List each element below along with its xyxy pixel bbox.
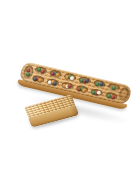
- pit-south-6[interactable]: [104, 91, 118, 101]
- pit-north-2[interactable]: [48, 69, 62, 79]
- pit-south-3[interactable]: [60, 81, 74, 91]
- pit-north-3[interactable]: [63, 72, 77, 82]
- pit-south-4[interactable]: [75, 84, 89, 94]
- stone-amber: [55, 73, 60, 78]
- stone-green: [25, 72, 30, 77]
- pit-south-1[interactable]: [31, 74, 45, 84]
- stone-white: [70, 76, 75, 81]
- stone-amber: [82, 88, 87, 93]
- stone-dark: [98, 82, 103, 87]
- pit-south-2[interactable]: [45, 77, 59, 87]
- pit-north-4[interactable]: [77, 76, 91, 86]
- stone-green: [111, 85, 116, 90]
- stone-dark: [85, 78, 90, 83]
- pit-south-5[interactable]: [89, 88, 103, 98]
- pit-north-5[interactable]: [92, 79, 106, 89]
- stone-red: [67, 84, 72, 89]
- pit-north-1[interactable]: [33, 65, 47, 75]
- stone-red: [40, 69, 45, 74]
- pit-north-6[interactable]: [107, 82, 121, 92]
- scene: [0, 0, 140, 187]
- stone-dark: [52, 81, 57, 86]
- stone-white: [97, 90, 102, 95]
- stone-red: [110, 95, 115, 100]
- stone-amber: [38, 78, 43, 83]
